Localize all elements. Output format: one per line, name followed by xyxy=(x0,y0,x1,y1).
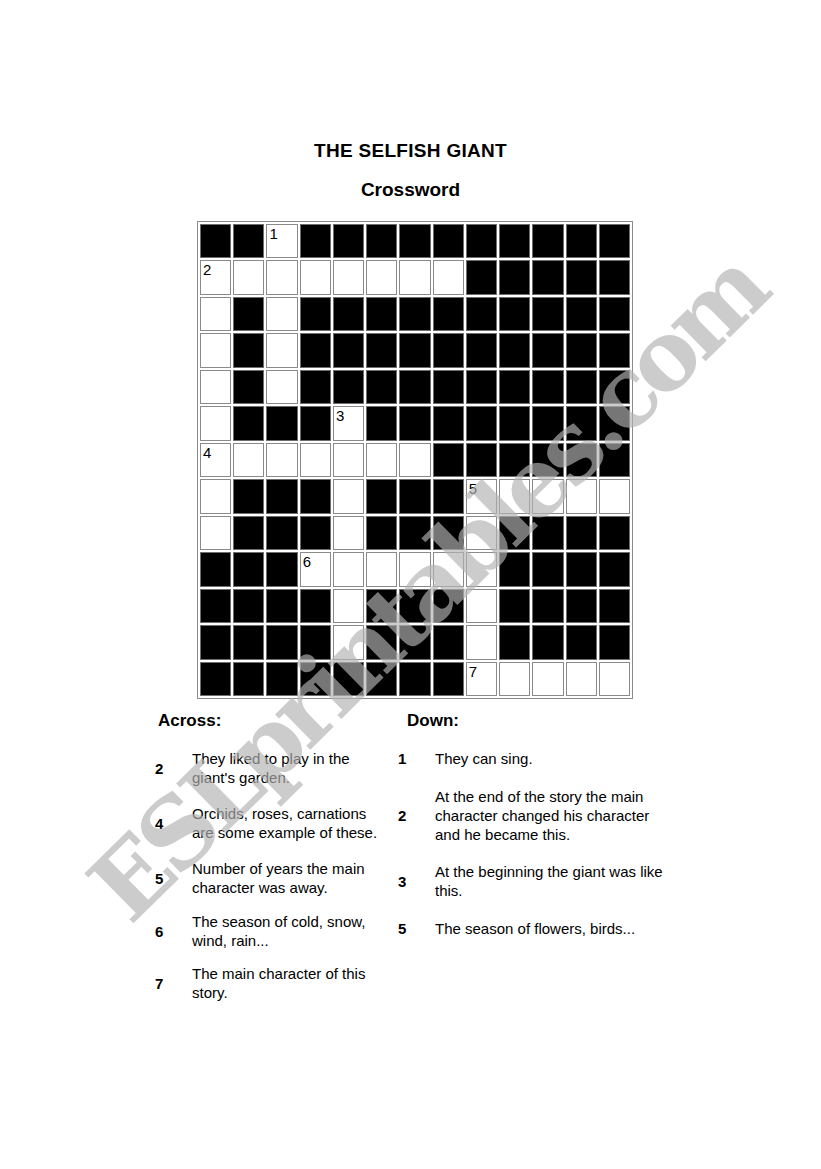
cell-r5c13 xyxy=(599,370,630,404)
cell-r1c9 xyxy=(466,224,497,258)
cell-r4c13 xyxy=(599,333,630,367)
cell-r5c9 xyxy=(466,370,497,404)
cell-r3c3[interactable] xyxy=(266,297,297,331)
down-header: Down: xyxy=(407,711,459,731)
cell-r9c8 xyxy=(433,516,464,550)
cell-r11c9[interactable] xyxy=(466,589,497,623)
cell-r12c4 xyxy=(300,625,331,659)
cell-r9c12 xyxy=(566,516,597,550)
cell-r9c3 xyxy=(266,516,297,550)
cell-r10c10 xyxy=(499,552,530,586)
down-clue-1-text: They can sing. xyxy=(435,749,723,768)
cell-r1c6 xyxy=(366,224,397,258)
across-clue-6-text: The season of cold, snow, wind, rain... xyxy=(192,912,392,950)
cell-r6c12 xyxy=(566,406,597,440)
cell-r7c4[interactable] xyxy=(300,443,331,477)
cell-r10c4[interactable]: 6 xyxy=(300,552,331,586)
cell-r5c4 xyxy=(300,370,331,404)
across-clue-7-text: The main character of this story. xyxy=(192,964,392,1002)
cell-r8c7 xyxy=(399,479,430,513)
cell-r9c7 xyxy=(399,516,430,550)
across-header: Across: xyxy=(158,711,221,731)
cell-r12c13 xyxy=(599,625,630,659)
cell-r7c12 xyxy=(566,443,597,477)
worksheet-page: THE SELFISH GIANT Crossword 1234567 Acro… xyxy=(0,0,821,1169)
cell-r11c13 xyxy=(599,589,630,623)
cell-r8c9[interactable]: 5 xyxy=(466,479,497,513)
cell-r12c11 xyxy=(532,625,563,659)
cell-r3c1[interactable] xyxy=(200,297,231,331)
cell-r13c10[interactable] xyxy=(499,662,530,696)
cell-r2c7[interactable] xyxy=(399,260,430,294)
cell-r2c4[interactable] xyxy=(300,260,331,294)
cell-r10c6[interactable] xyxy=(366,552,397,586)
cell-r11c12 xyxy=(566,589,597,623)
cell-r5c8 xyxy=(433,370,464,404)
cell-r6c13 xyxy=(599,406,630,440)
across-clue-4-number: 4 xyxy=(155,815,179,832)
cell-r3c6 xyxy=(366,297,397,331)
down-clue-3-number: 3 xyxy=(398,873,422,890)
cell-r10c7[interactable] xyxy=(399,552,430,586)
across-clue-6: 6 The season of cold, snow, wind, rain..… xyxy=(155,912,392,950)
across-clue-7-number: 7 xyxy=(155,975,179,992)
cell-r7c6[interactable] xyxy=(366,443,397,477)
cell-r10c2 xyxy=(233,552,264,586)
cell-r12c7 xyxy=(399,625,430,659)
cell-r9c10 xyxy=(499,516,530,550)
cell-r3c13 xyxy=(599,297,630,331)
cell-r1c10 xyxy=(499,224,530,258)
cell-r5c1[interactable] xyxy=(200,370,231,404)
cell-r6c6 xyxy=(366,406,397,440)
cell-r9c5[interactable] xyxy=(333,516,364,550)
cell-r13c1 xyxy=(200,662,231,696)
cell-r9c13 xyxy=(599,516,630,550)
down-clue-2-number: 2 xyxy=(398,807,422,824)
cell-r8c6 xyxy=(366,479,397,513)
cell-r5c5 xyxy=(333,370,364,404)
cell-r12c3 xyxy=(266,625,297,659)
cell-r3c10 xyxy=(499,297,530,331)
across-clue-6-number: 6 xyxy=(155,923,179,940)
cell-r4c6 xyxy=(366,333,397,367)
cell-r4c12 xyxy=(566,333,597,367)
cell-r7c1[interactable]: 4 xyxy=(200,443,231,477)
cell-r3c8 xyxy=(433,297,464,331)
cell-r8c5[interactable] xyxy=(333,479,364,513)
across-clue-7: 7 The main character of this story. xyxy=(155,964,392,1002)
cell-r9c2 xyxy=(233,516,264,550)
cell-r10c1 xyxy=(200,552,231,586)
cell-r3c7 xyxy=(399,297,430,331)
cell-r8c2 xyxy=(233,479,264,513)
cell-r7c9 xyxy=(466,443,497,477)
cell-r1c7 xyxy=(399,224,430,258)
cell-r8c12[interactable] xyxy=(566,479,597,513)
cell-r12c12 xyxy=(566,625,597,659)
across-clue-2: 2 They liked to play in the giant's gard… xyxy=(155,749,392,787)
cell-r1c5 xyxy=(333,224,364,258)
cell-r3c5 xyxy=(333,297,364,331)
across-clue-4: 4 Orchids, roses, carnations are some ex… xyxy=(155,804,392,842)
cell-r12c2 xyxy=(233,625,264,659)
cell-r5c3[interactable] xyxy=(266,370,297,404)
across-clue-4-text: Orchids, roses, carnations are some exam… xyxy=(192,804,392,842)
cell-r3c2 xyxy=(233,297,264,331)
cell-r2c3[interactable] xyxy=(266,260,297,294)
cell-r12c5[interactable] xyxy=(333,625,364,659)
down-clue-2: 2 At the end of the story the main chara… xyxy=(398,787,723,844)
cell-r13c11[interactable] xyxy=(532,662,563,696)
cell-r7c5[interactable] xyxy=(333,443,364,477)
cell-r8c8 xyxy=(433,479,464,513)
cell-r5c6 xyxy=(366,370,397,404)
cell-r2c8[interactable] xyxy=(433,260,464,294)
cell-r7c8 xyxy=(433,443,464,477)
page-subtitle: Crossword xyxy=(0,179,821,201)
cell-r9c1[interactable] xyxy=(200,516,231,550)
grid-number-3: 3 xyxy=(336,407,344,424)
cell-r2c5[interactable] xyxy=(333,260,364,294)
cell-r13c13[interactable] xyxy=(599,662,630,696)
cell-r6c3 xyxy=(266,406,297,440)
cell-r13c4 xyxy=(300,662,331,696)
cell-r4c4 xyxy=(300,333,331,367)
cell-r6c5[interactable]: 3 xyxy=(333,406,364,440)
cell-r10c3 xyxy=(266,552,297,586)
across-clue-2-text: They liked to play in the giant's garden… xyxy=(192,749,392,787)
cell-r8c13[interactable] xyxy=(599,479,630,513)
cell-r11c10 xyxy=(499,589,530,623)
cell-r11c7 xyxy=(399,589,430,623)
across-clue-5-text: Number of years the main character was a… xyxy=(192,859,392,897)
down-clue-3-text: At the beginning the giant was like this… xyxy=(435,862,723,900)
cell-r6c7 xyxy=(399,406,430,440)
cell-r7c13 xyxy=(599,443,630,477)
cell-r4c9 xyxy=(466,333,497,367)
grid-number-7: 7 xyxy=(469,663,477,680)
cell-r12c1 xyxy=(200,625,231,659)
cell-r13c2 xyxy=(233,662,264,696)
cell-r7c7[interactable] xyxy=(399,443,430,477)
cell-r11c1 xyxy=(200,589,231,623)
cell-r1c11 xyxy=(532,224,563,258)
cell-r11c5[interactable] xyxy=(333,589,364,623)
cell-r6c4 xyxy=(300,406,331,440)
cell-r1c3[interactable]: 1 xyxy=(266,224,297,258)
cell-r2c11 xyxy=(532,260,563,294)
grid-number-1: 1 xyxy=(269,225,277,242)
cell-r4c7 xyxy=(399,333,430,367)
down-clue-2-text: At the end of the story the main charact… xyxy=(435,787,723,844)
down-clue-3: 3 At the beginning the giant was like th… xyxy=(398,862,723,900)
cell-r1c8 xyxy=(433,224,464,258)
cell-r11c3 xyxy=(266,589,297,623)
cell-r11c2 xyxy=(233,589,264,623)
cell-r1c2 xyxy=(233,224,264,258)
cell-r6c1[interactable] xyxy=(200,406,231,440)
across-clue-5-number: 5 xyxy=(155,870,179,887)
grid-number-5: 5 xyxy=(469,480,477,497)
cell-r13c12[interactable] xyxy=(566,662,597,696)
cell-r13c8 xyxy=(433,662,464,696)
cell-r10c9[interactable] xyxy=(466,552,497,586)
cell-r12c10 xyxy=(499,625,530,659)
cell-r6c8 xyxy=(433,406,464,440)
cell-r9c9[interactable] xyxy=(466,516,497,550)
cell-r5c2 xyxy=(233,370,264,404)
cell-r8c1[interactable] xyxy=(200,479,231,513)
page-title: THE SELFISH GIANT xyxy=(0,140,821,162)
cell-r9c6 xyxy=(366,516,397,550)
cell-r1c12 xyxy=(566,224,597,258)
cell-r11c6 xyxy=(366,589,397,623)
cell-r7c2[interactable] xyxy=(233,443,264,477)
cell-r7c10 xyxy=(499,443,530,477)
cell-r3c11 xyxy=(532,297,563,331)
cell-r1c1 xyxy=(200,224,231,258)
cell-r10c12 xyxy=(566,552,597,586)
cell-r2c13 xyxy=(599,260,630,294)
cell-r2c10 xyxy=(499,260,530,294)
down-clue-5-number: 5 xyxy=(398,920,422,937)
cell-r1c13 xyxy=(599,224,630,258)
grid-number-4: 4 xyxy=(203,444,211,461)
down-clue-5-text: The season of flowers, birds... xyxy=(435,919,723,938)
crossword-grid[interactable]: 1234567 xyxy=(197,221,633,699)
cell-r2c9 xyxy=(466,260,497,294)
cell-r13c3 xyxy=(266,662,297,696)
cell-r4c8 xyxy=(433,333,464,367)
cell-r5c11 xyxy=(532,370,563,404)
cell-r8c11[interactable] xyxy=(532,479,563,513)
cell-r7c3[interactable] xyxy=(266,443,297,477)
cell-r12c9[interactable] xyxy=(466,625,497,659)
cell-r9c4 xyxy=(300,516,331,550)
down-clue-5: 5 The season of flowers, birds... xyxy=(398,919,723,938)
cell-r8c3 xyxy=(266,479,297,513)
cell-r10c11 xyxy=(532,552,563,586)
cell-r3c4 xyxy=(300,297,331,331)
cell-r12c6 xyxy=(366,625,397,659)
cell-r4c2 xyxy=(233,333,264,367)
cell-r13c6 xyxy=(366,662,397,696)
cell-r4c1[interactable] xyxy=(200,333,231,367)
across-clue-5: 5 Number of years the main character was… xyxy=(155,859,392,897)
cell-r4c11 xyxy=(532,333,563,367)
cell-r13c9[interactable]: 7 xyxy=(466,662,497,696)
cell-r2c12 xyxy=(566,260,597,294)
cell-r10c5[interactable] xyxy=(333,552,364,586)
cell-r4c10 xyxy=(499,333,530,367)
cell-r11c11 xyxy=(532,589,563,623)
down-clue-1-number: 1 xyxy=(398,750,422,767)
cell-r12c8 xyxy=(433,625,464,659)
cell-r6c2 xyxy=(233,406,264,440)
cell-r7c11 xyxy=(532,443,563,477)
down-clue-1: 1 They can sing. xyxy=(398,749,723,768)
cell-r9c11 xyxy=(532,516,563,550)
cell-r5c7 xyxy=(399,370,430,404)
cell-r3c9 xyxy=(466,297,497,331)
grid-number-6: 6 xyxy=(303,553,311,570)
across-clue-2-number: 2 xyxy=(155,760,179,777)
cell-r6c11 xyxy=(532,406,563,440)
cell-r2c1[interactable]: 2 xyxy=(200,260,231,294)
cell-r4c3[interactable] xyxy=(266,333,297,367)
cell-r6c9 xyxy=(466,406,497,440)
cell-r13c7 xyxy=(399,662,430,696)
cell-r1c4 xyxy=(300,224,331,258)
cell-r10c8[interactable] xyxy=(433,552,464,586)
grid-number-2: 2 xyxy=(203,261,211,278)
cell-r3c12 xyxy=(566,297,597,331)
cell-r4c5 xyxy=(333,333,364,367)
cell-r8c10[interactable] xyxy=(499,479,530,513)
cell-r5c12 xyxy=(566,370,597,404)
cell-r11c4 xyxy=(300,589,331,623)
cell-r6c10 xyxy=(499,406,530,440)
cell-r5c10 xyxy=(499,370,530,404)
cell-r10c13 xyxy=(599,552,630,586)
cell-r11c8 xyxy=(433,589,464,623)
cell-r2c2[interactable] xyxy=(233,260,264,294)
cell-r2c6[interactable] xyxy=(366,260,397,294)
cell-r8c4 xyxy=(300,479,331,513)
cell-r13c5 xyxy=(333,662,364,696)
